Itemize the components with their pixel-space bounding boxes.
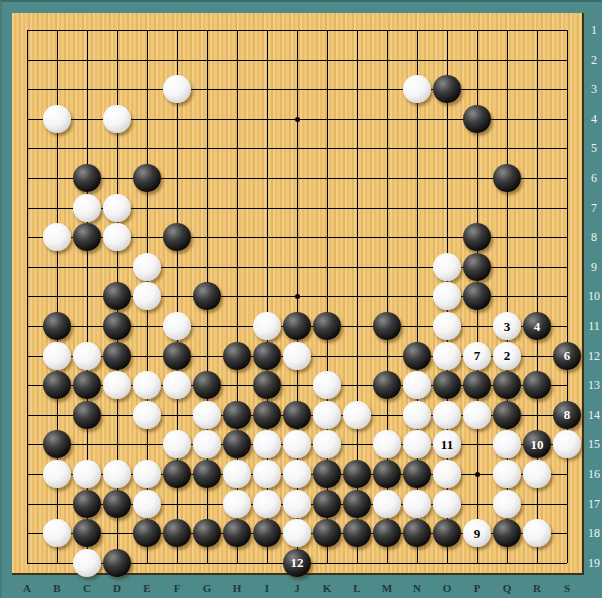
stone-P10[interactable]: [463, 282, 491, 310]
stone-H15[interactable]: [223, 430, 251, 458]
row-label-19: 19: [585, 555, 602, 571]
stone-H16[interactable]: [223, 460, 251, 488]
stone-J17[interactable]: [283, 490, 311, 518]
stone-N12[interactable]: [403, 342, 431, 370]
move-number: 12: [291, 556, 304, 569]
stone-N14[interactable]: [403, 401, 431, 429]
stone-Q11[interactable]: 3: [493, 312, 521, 340]
stone-S15[interactable]: [553, 430, 581, 458]
stone-B11[interactable]: [43, 312, 71, 340]
stone-P18[interactable]: 9: [463, 519, 491, 547]
col-label-L: L: [347, 579, 367, 597]
grid-vline: [567, 30, 568, 563]
stone-P14[interactable]: [463, 401, 491, 429]
stone-M18[interactable]: [373, 519, 401, 547]
stone-O12[interactable]: [433, 342, 461, 370]
stone-F18[interactable]: [163, 519, 191, 547]
col-label-D: D: [107, 579, 127, 597]
stone-I18[interactable]: [253, 519, 281, 547]
go-board[interactable]: 3472681110912: [12, 13, 584, 575]
col-label-K: K: [317, 579, 337, 597]
col-label-A: A: [17, 579, 37, 597]
move-number: 9: [474, 527, 481, 540]
stone-M13[interactable]: [373, 371, 401, 399]
row-label-1: 1: [585, 22, 602, 38]
col-label-I: I: [257, 579, 277, 597]
stone-I12[interactable]: [253, 342, 281, 370]
stone-F11[interactable]: [163, 312, 191, 340]
row-label-3: 3: [585, 81, 602, 97]
stone-P9[interactable]: [463, 253, 491, 281]
stone-D19[interactable]: [103, 549, 131, 577]
stone-B18[interactable]: [43, 519, 71, 547]
stone-K15[interactable]: [313, 430, 341, 458]
move-number: 8: [564, 408, 571, 421]
stone-H18[interactable]: [223, 519, 251, 547]
move-number: 3: [504, 320, 511, 333]
stone-L16[interactable]: [343, 460, 371, 488]
stone-I17[interactable]: [253, 490, 281, 518]
stone-O18[interactable]: [433, 519, 461, 547]
row-label-6: 6: [585, 170, 602, 186]
stone-J11[interactable]: [283, 312, 311, 340]
stone-Q15[interactable]: [493, 430, 521, 458]
stone-M16[interactable]: [373, 460, 401, 488]
stone-L14[interactable]: [343, 401, 371, 429]
stone-G15[interactable]: [193, 430, 221, 458]
col-label-G: G: [197, 579, 217, 597]
go-app-window: 3472681110912 ABCDEFGHIJKLMNOPQRS 123456…: [0, 0, 602, 598]
stone-O17[interactable]: [433, 490, 461, 518]
stone-J15[interactable]: [283, 430, 311, 458]
stone-C13[interactable]: [73, 371, 101, 399]
stone-Q18[interactable]: [493, 519, 521, 547]
stone-N13[interactable]: [403, 371, 431, 399]
row-label-2: 2: [585, 52, 602, 68]
stone-L17[interactable]: [343, 490, 371, 518]
stone-H14[interactable]: [223, 401, 251, 429]
stone-I14[interactable]: [253, 401, 281, 429]
col-label-O: O: [437, 579, 457, 597]
stone-F8[interactable]: [163, 223, 191, 251]
star-point-J10: [295, 294, 300, 299]
move-number: 6: [564, 349, 571, 362]
move-number: 4: [534, 320, 541, 333]
stone-E6[interactable]: [133, 164, 161, 192]
stone-D16[interactable]: [103, 460, 131, 488]
col-label-F: F: [167, 579, 187, 597]
stone-B13[interactable]: [43, 371, 71, 399]
col-label-S: S: [557, 579, 577, 597]
stone-E9[interactable]: [133, 253, 161, 281]
stone-P13[interactable]: [463, 371, 491, 399]
stone-S12[interactable]: 6: [553, 342, 581, 370]
col-label-B: B: [47, 579, 67, 597]
stone-C19[interactable]: [73, 549, 101, 577]
stone-E18[interactable]: [133, 519, 161, 547]
stone-K14[interactable]: [313, 401, 341, 429]
row-label-12: 12: [585, 348, 602, 364]
stone-P4[interactable]: [463, 105, 491, 133]
stone-O9[interactable]: [433, 253, 461, 281]
stone-N16[interactable]: [403, 460, 431, 488]
stone-R16[interactable]: [523, 460, 551, 488]
stone-Q13[interactable]: [493, 371, 521, 399]
stone-B8[interactable]: [43, 223, 71, 251]
col-label-E: E: [137, 579, 157, 597]
stone-C17[interactable]: [73, 490, 101, 518]
col-label-N: N: [407, 579, 427, 597]
stone-C6[interactable]: [73, 164, 101, 192]
col-label-H: H: [227, 579, 247, 597]
stone-O3[interactable]: [433, 75, 461, 103]
stone-D12[interactable]: [103, 342, 131, 370]
stone-L18[interactable]: [343, 519, 371, 547]
stone-K17[interactable]: [313, 490, 341, 518]
stone-D10[interactable]: [103, 282, 131, 310]
stone-N17[interactable]: [403, 490, 431, 518]
star-point-P16: [475, 472, 480, 477]
stone-K11[interactable]: [313, 312, 341, 340]
row-label-8: 8: [585, 229, 602, 245]
stone-K16[interactable]: [313, 460, 341, 488]
stone-C7[interactable]: [73, 194, 101, 222]
row-label-9: 9: [585, 259, 602, 275]
stone-O14[interactable]: [433, 401, 461, 429]
stone-J18[interactable]: [283, 519, 311, 547]
col-label-C: C: [77, 579, 97, 597]
stone-P8[interactable]: [463, 223, 491, 251]
stone-Q17[interactable]: [493, 490, 521, 518]
stone-N18[interactable]: [403, 519, 431, 547]
row-label-15: 15: [585, 436, 602, 452]
move-number: 10: [531, 438, 544, 451]
stone-S14[interactable]: 8: [553, 401, 581, 429]
stone-C12[interactable]: [73, 342, 101, 370]
stone-M15[interactable]: [373, 430, 401, 458]
stone-F16[interactable]: [163, 460, 191, 488]
stone-K18[interactable]: [313, 519, 341, 547]
stone-J12[interactable]: [283, 342, 311, 370]
move-number: 7: [474, 349, 481, 362]
row-label-17: 17: [585, 496, 602, 512]
stone-G16[interactable]: [193, 460, 221, 488]
stone-E17[interactable]: [133, 490, 161, 518]
stone-J16[interactable]: [283, 460, 311, 488]
stone-D4[interactable]: [103, 105, 131, 133]
move-number: 2: [504, 349, 511, 362]
stone-F13[interactable]: [163, 371, 191, 399]
stone-B15[interactable]: [43, 430, 71, 458]
stone-O10[interactable]: [433, 282, 461, 310]
stone-H12[interactable]: [223, 342, 251, 370]
stone-I11[interactable]: [253, 312, 281, 340]
stone-O15[interactable]: 11: [433, 430, 461, 458]
stone-I13[interactable]: [253, 371, 281, 399]
stone-B4[interactable]: [43, 105, 71, 133]
stone-R13[interactable]: [523, 371, 551, 399]
row-label-7: 7: [585, 200, 602, 216]
stone-D13[interactable]: [103, 371, 131, 399]
stone-F15[interactable]: [163, 430, 191, 458]
row-label-11: 11: [585, 318, 602, 334]
stone-R18[interactable]: [523, 519, 551, 547]
stone-E16[interactable]: [133, 460, 161, 488]
row-label-13: 13: [585, 377, 602, 393]
stone-N3[interactable]: [403, 75, 431, 103]
row-label-14: 14: [585, 407, 602, 423]
stone-F12[interactable]: [163, 342, 191, 370]
col-label-M: M: [377, 579, 397, 597]
row-label-5: 5: [585, 140, 602, 156]
stone-D8[interactable]: [103, 223, 131, 251]
stone-G13[interactable]: [193, 371, 221, 399]
stone-Q12[interactable]: 2: [493, 342, 521, 370]
stone-G10[interactable]: [193, 282, 221, 310]
stone-R11[interactable]: 4: [523, 312, 551, 340]
stone-N15[interactable]: [403, 430, 431, 458]
stone-C16[interactable]: [73, 460, 101, 488]
stone-D7[interactable]: [103, 194, 131, 222]
stone-Q14[interactable]: [493, 401, 521, 429]
stone-B16[interactable]: [43, 460, 71, 488]
stone-E10[interactable]: [133, 282, 161, 310]
move-number: 11: [441, 438, 453, 451]
col-label-P: P: [467, 579, 487, 597]
stone-K13[interactable]: [313, 371, 341, 399]
stone-O13[interactable]: [433, 371, 461, 399]
row-label-10: 10: [585, 288, 602, 304]
col-label-J: J: [287, 579, 307, 597]
stone-J14[interactable]: [283, 401, 311, 429]
stone-H17[interactable]: [223, 490, 251, 518]
stone-C18[interactable]: [73, 519, 101, 547]
col-label-R: R: [527, 579, 547, 597]
stone-C8[interactable]: [73, 223, 101, 251]
stone-B12[interactable]: [43, 342, 71, 370]
stone-O11[interactable]: [433, 312, 461, 340]
stone-G18[interactable]: [193, 519, 221, 547]
stone-R15[interactable]: 10: [523, 430, 551, 458]
stone-G14[interactable]: [193, 401, 221, 429]
stone-E14[interactable]: [133, 401, 161, 429]
stone-M11[interactable]: [373, 312, 401, 340]
stone-J19[interactable]: 12: [283, 549, 311, 577]
stone-D17[interactable]: [103, 490, 131, 518]
stone-D11[interactable]: [103, 312, 131, 340]
stone-Q6[interactable]: [493, 164, 521, 192]
row-label-18: 18: [585, 525, 602, 541]
stone-I16[interactable]: [253, 460, 281, 488]
stone-F3[interactable]: [163, 75, 191, 103]
stone-E13[interactable]: [133, 371, 161, 399]
stone-O16[interactable]: [433, 460, 461, 488]
stone-P12[interactable]: 7: [463, 342, 491, 370]
stone-C14[interactable]: [73, 401, 101, 429]
star-point-J4: [295, 117, 300, 122]
stone-M17[interactable]: [373, 490, 401, 518]
stone-Q16[interactable]: [493, 460, 521, 488]
col-label-Q: Q: [497, 579, 517, 597]
stone-I15[interactable]: [253, 430, 281, 458]
row-label-16: 16: [585, 466, 602, 482]
row-label-4: 4: [585, 111, 602, 127]
